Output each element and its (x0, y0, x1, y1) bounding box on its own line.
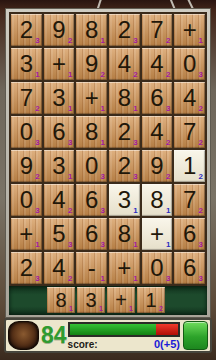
grid-cell-r6c3[interactable]: 63 (76, 184, 107, 216)
bonus-text: 0(+5) (154, 338, 180, 350)
grid-cell-r1c5[interactable]: 72 (142, 14, 173, 46)
grid-cell-r3c4[interactable]: 81 (109, 82, 140, 114)
progress-remainder (156, 324, 178, 335)
grid-cell-r3c6[interactable]: 42 (174, 82, 205, 114)
hide-emblem-icon[interactable] (8, 321, 39, 350)
confirm-button[interactable] (183, 321, 208, 350)
grid-cell-r8c2[interactable]: 42 (44, 252, 75, 284)
grid-cell-r1c3[interactable]: 81 (76, 14, 107, 46)
tray-tile-3[interactable]: +1 (107, 287, 135, 313)
grid-cell-r4c2[interactable]: 63 (44, 116, 75, 148)
grid-cell-r5c3[interactable]: 03 (76, 150, 107, 182)
grid-cell-r6c1[interactable]: 03 (11, 184, 42, 216)
grid-cell-r5c6[interactable]: 12 (174, 150, 205, 182)
grid-cell-r6c2[interactable]: 42 (44, 184, 75, 216)
grid-cell-r3c5[interactable]: 63 (142, 82, 173, 114)
grid-cell-r8c3[interactable]: -1 (76, 252, 107, 284)
game-screen: 2392812372+131+1924242037231+18163420363… (0, 0, 216, 360)
grid-cell-r3c1[interactable]: 72 (11, 82, 42, 114)
grid-cell-r2c5[interactable]: 42 (142, 48, 173, 80)
grid-cell-r1c1[interactable]: 23 (11, 14, 42, 46)
puzzle-board: 2392812372+131+1924242037231+18163420363… (5, 8, 211, 318)
grid-cell-r5c2[interactable]: 31 (44, 150, 75, 182)
grid-cell-r2c4[interactable]: 42 (109, 48, 140, 80)
grid-cell-r8c4[interactable]: +1 (109, 252, 140, 284)
grid-cell-r4c6[interactable]: 72 (174, 116, 205, 148)
grid-cell-r3c3[interactable]: +1 (76, 82, 107, 114)
grid-cell-r6c6[interactable]: 72 (174, 184, 205, 216)
grid-cell-r1c2[interactable]: 92 (44, 14, 75, 46)
grid-cell-r2c6[interactable]: 03 (174, 48, 205, 80)
grid-cell-r4c1[interactable]: 03 (11, 116, 42, 148)
grid-cell-r4c3[interactable]: 81 (76, 116, 107, 148)
grid-cell-r1c4[interactable]: 23 (109, 14, 140, 46)
grid-cell-r1c6[interactable]: +1 (174, 14, 205, 46)
grid-cell-r3c2[interactable]: 31 (44, 82, 75, 114)
grid-cell-r6c5[interactable]: 81 (142, 184, 173, 216)
status-bar: 84 score: 0(+5) (4, 318, 212, 353)
grid-cell-r5c1[interactable]: 92 (11, 150, 42, 182)
grid-cell-r2c1[interactable]: 31 (11, 48, 42, 80)
score-value: 84 (41, 324, 67, 347)
tile-tray: 8131+112 (47, 287, 165, 313)
tray-tile-2[interactable]: 31 (77, 287, 105, 313)
progress-area: score: 0(+5) (68, 322, 180, 350)
grid-cell-r7c6[interactable]: 63 (174, 218, 205, 250)
grid-cell-r4c5[interactable]: 42 (142, 116, 173, 148)
grid-cell-r7c4[interactable]: 81 (109, 218, 140, 250)
grid-cell-r5c5[interactable]: 92 (142, 150, 173, 182)
grid-cell-r7c2[interactable]: 53 (44, 218, 75, 250)
grid-cell-r7c1[interactable]: +1 (11, 218, 42, 250)
grid-cell-r8c5[interactable]: 03 (142, 252, 173, 284)
tray-felt-strip: 8131+112 (9, 286, 207, 315)
grid-cell-r7c3[interactable]: 63 (76, 218, 107, 250)
grid-cell-r7c5[interactable]: +1 (142, 218, 173, 250)
grid-cell-r2c2[interactable]: +1 (44, 48, 75, 80)
progress-bar (68, 322, 180, 337)
grid-cell-r5c4[interactable]: 23 (109, 150, 140, 182)
grid-cell-r8c1[interactable]: 23 (11, 252, 42, 284)
score-label: score: (68, 339, 98, 350)
grid-cell-r4c4[interactable]: 23 (109, 116, 140, 148)
grid-cell-r6c4[interactable]: 31 (109, 184, 140, 216)
grid-cell-r2c3[interactable]: 92 (76, 48, 107, 80)
tray-tile-1[interactable]: 81 (47, 287, 75, 313)
tray-tile-4[interactable]: 12 (137, 287, 165, 313)
grid-cell-r8c6[interactable]: 63 (174, 252, 205, 284)
progress-fill (70, 324, 157, 335)
board-grid: 2392812372+131+1924242037231+18163420363… (9, 12, 207, 286)
